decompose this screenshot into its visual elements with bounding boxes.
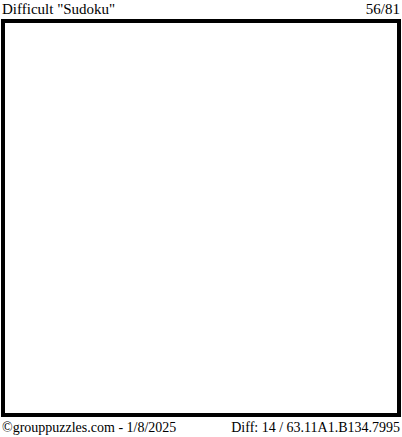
footer: ©grouppuzzles.com - 1/8/2025 Diff: 14 / … [2, 420, 400, 436]
copyright-text: ©grouppuzzles.com - 1/8/2025 [2, 420, 176, 436]
progress-counter: 56/81 [366, 1, 400, 18]
difficulty-code: Diff: 14 / 63.11A1.B134.7995 [231, 420, 400, 436]
header: Difficult "Sudoku" 56/81 [2, 1, 400, 18]
puzzle-title: Difficult "Sudoku" [2, 1, 115, 18]
sudoku-grid [1, 19, 401, 417]
